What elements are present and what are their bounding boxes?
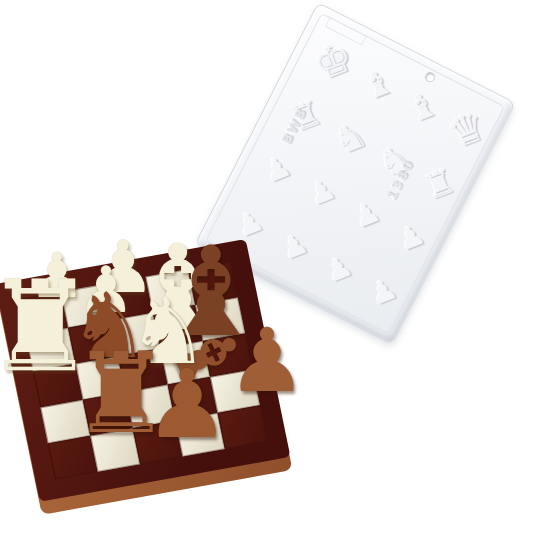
pieces-layer: ♜♟♟♟♝♞♞♜♝♝♟♟	[0, 0, 533, 533]
piece-chocolate-pawn: ♟	[144, 357, 229, 452]
piece-chocolate-pawn: ♟	[228, 317, 307, 405]
product-photo: ♚♝♝♛♜♞♞♜♟♟♟♟♟♟♟♟ BWB 1380 ♜♟♟♟♝♞♞♜♝♝♟♟	[0, 0, 533, 533]
